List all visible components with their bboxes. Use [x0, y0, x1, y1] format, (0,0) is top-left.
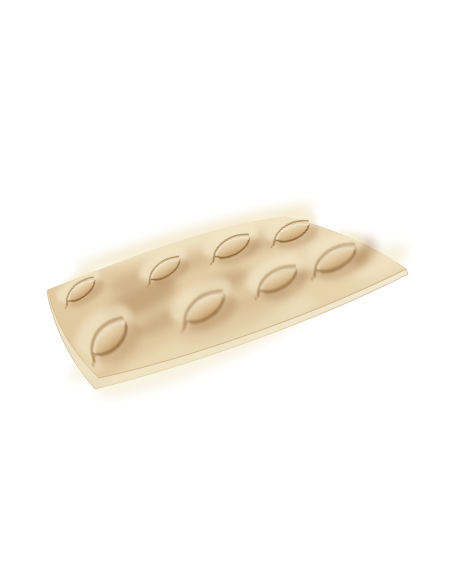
product-photo [0, 0, 452, 584]
practice-pad-illustration [0, 0, 452, 584]
